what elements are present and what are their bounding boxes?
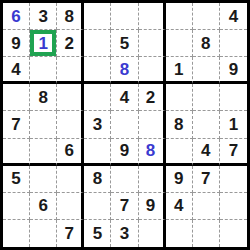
cell-r4c8[interactable] <box>193 84 220 111</box>
cell-r4c5[interactable]: 4 <box>111 84 138 111</box>
cell-r9c4[interactable]: 5 <box>84 220 111 247</box>
cell-r8c8[interactable] <box>193 193 220 220</box>
cell-r7c2[interactable] <box>30 166 57 193</box>
cell-r1c4[interactable] <box>84 3 111 30</box>
cell-r2c4[interactable] <box>84 30 111 57</box>
cell-r7c7[interactable]: 9 <box>166 166 193 193</box>
cell-r4c4[interactable] <box>84 84 111 111</box>
cell-r3c9[interactable]: 9 <box>220 57 247 84</box>
cell-r3c5[interactable]: 8 <box>111 57 138 84</box>
cell-r1c9[interactable]: 4 <box>220 3 247 30</box>
cell-r5c2[interactable] <box>30 111 57 138</box>
cell-r1c1[interactable]: 6 <box>3 3 30 30</box>
cell-r1c2[interactable]: 3 <box>30 3 57 30</box>
cell-r5c1[interactable]: 7 <box>3 111 30 138</box>
cell-r1c6[interactable] <box>139 3 166 30</box>
cell-r4c6[interactable]: 2 <box>139 84 166 111</box>
cell-r3c2[interactable] <box>30 57 57 84</box>
cell-r2c2[interactable]: 1 <box>30 30 57 57</box>
cell-r2c1[interactable]: 9 <box>3 30 30 57</box>
cell-r5c8[interactable] <box>193 111 220 138</box>
cell-r5c6[interactable] <box>139 111 166 138</box>
cell-r7c8[interactable]: 7 <box>193 166 220 193</box>
cell-r8c7[interactable]: 4 <box>166 193 193 220</box>
cell-r3c6[interactable] <box>139 57 166 84</box>
cell-r6c6[interactable]: 8 <box>139 139 166 166</box>
cell-r1c5[interactable] <box>111 3 138 30</box>
cell-r6c5[interactable]: 9 <box>111 139 138 166</box>
cell-r8c5[interactable]: 7 <box>111 193 138 220</box>
cell-r9c3[interactable]: 7 <box>57 220 84 247</box>
cell-r7c3[interactable] <box>57 166 84 193</box>
cell-r2c9[interactable] <box>220 30 247 57</box>
cell-r9c1[interactable] <box>3 220 30 247</box>
cell-r9c2[interactable] <box>30 220 57 247</box>
cell-r1c7[interactable] <box>166 3 193 30</box>
cell-r4c1[interactable] <box>3 84 30 111</box>
cell-r2c8[interactable]: 8 <box>193 30 220 57</box>
cell-r4c7[interactable] <box>166 84 193 111</box>
cell-r3c7[interactable]: 1 <box>166 57 193 84</box>
cell-r9c8[interactable] <box>193 220 220 247</box>
cell-r7c1[interactable]: 5 <box>3 166 30 193</box>
cell-r9c9[interactable] <box>220 220 247 247</box>
cell-r6c3[interactable]: 6 <box>57 139 84 166</box>
cell-r8c4[interactable] <box>84 193 111 220</box>
cell-r6c7[interactable] <box>166 139 193 166</box>
cell-r5c3[interactable] <box>57 111 84 138</box>
cell-r8c2[interactable]: 6 <box>30 193 57 220</box>
cell-r7c4[interactable]: 8 <box>84 166 111 193</box>
cell-r6c4[interactable] <box>84 139 111 166</box>
cell-r3c3[interactable] <box>57 57 84 84</box>
cell-r5c5[interactable] <box>111 111 138 138</box>
cell-r4c9[interactable] <box>220 84 247 111</box>
cell-r6c8[interactable]: 4 <box>193 139 220 166</box>
cell-r8c6[interactable]: 9 <box>139 193 166 220</box>
cell-r2c7[interactable] <box>166 30 193 57</box>
cell-r7c9[interactable] <box>220 166 247 193</box>
cell-r2c5[interactable]: 5 <box>111 30 138 57</box>
cell-r2c6[interactable] <box>139 30 166 57</box>
cell-r6c9[interactable]: 7 <box>220 139 247 166</box>
cell-r7c5[interactable] <box>111 166 138 193</box>
cell-r4c2[interactable]: 8 <box>30 84 57 111</box>
cell-r5c7[interactable]: 8 <box>166 111 193 138</box>
cell-r6c1[interactable] <box>3 139 30 166</box>
sudoku-board: 638491258481984273816984758976794753 <box>0 0 250 250</box>
cell-r8c3[interactable] <box>57 193 84 220</box>
cell-r4c3[interactable] <box>57 84 84 111</box>
cell-r1c8[interactable] <box>193 3 220 30</box>
cell-r8c9[interactable] <box>220 193 247 220</box>
cell-r9c6[interactable] <box>139 220 166 247</box>
cell-r9c7[interactable] <box>166 220 193 247</box>
cell-r8c1[interactable] <box>3 193 30 220</box>
cell-r2c3[interactable]: 2 <box>57 30 84 57</box>
cell-r6c2[interactable] <box>30 139 57 166</box>
cell-r3c4[interactable] <box>84 57 111 84</box>
cell-r1c3[interactable]: 8 <box>57 3 84 30</box>
cell-r5c4[interactable]: 3 <box>84 111 111 138</box>
cell-r7c6[interactable] <box>139 166 166 193</box>
cell-r3c8[interactable] <box>193 57 220 84</box>
cell-r9c5[interactable]: 3 <box>111 220 138 247</box>
cell-r3c1[interactable]: 4 <box>3 57 30 84</box>
cell-r5c9[interactable]: 1 <box>220 111 247 138</box>
